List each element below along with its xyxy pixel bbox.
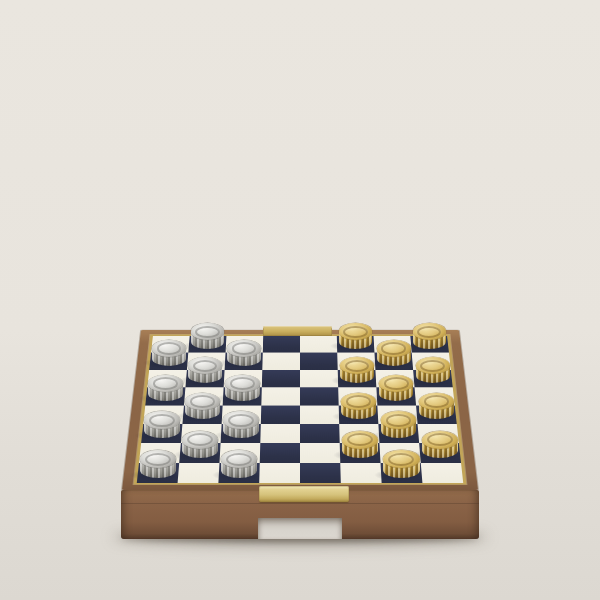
square-a3: [141, 424, 182, 443]
square-f5: [338, 387, 377, 405]
notch-handle-recess: [258, 518, 342, 539]
square-b4: [182, 406, 222, 425]
square-b6: [185, 370, 224, 388]
square-h7: [412, 353, 451, 370]
square-a5: [145, 387, 185, 405]
brass-hinge-tab: [263, 326, 332, 336]
square-f8: [337, 336, 375, 353]
square-c6: [224, 370, 263, 388]
checkers-board: [137, 336, 463, 483]
square-h4: [416, 406, 457, 425]
square-e7: [300, 353, 338, 370]
square-c8: [226, 336, 264, 353]
board-gold-frame: [134, 335, 467, 485]
square-f3: [339, 424, 379, 443]
square-f4: [339, 406, 379, 425]
square-e1: [300, 463, 341, 483]
square-d3: [260, 424, 300, 443]
square-e3: [300, 424, 340, 443]
square-b8: [188, 336, 226, 353]
square-h8: [410, 336, 449, 353]
square-a1: [137, 463, 179, 483]
square-a6: [147, 370, 187, 388]
square-b2: [179, 443, 220, 463]
square-g6: [375, 370, 414, 388]
square-c2: [219, 443, 260, 463]
square-f6: [338, 370, 377, 388]
square-f7: [337, 353, 375, 370]
square-h6: [413, 370, 453, 388]
square-g5: [376, 387, 416, 405]
square-h3: [418, 424, 459, 443]
square-e5: [300, 387, 339, 405]
square-e4: [300, 406, 339, 425]
square-g2: [379, 443, 420, 463]
square-b7: [187, 353, 226, 370]
square-e8: [300, 336, 337, 353]
square-g7: [374, 353, 413, 370]
square-g4: [377, 406, 417, 425]
square-d8: [263, 336, 300, 353]
square-e6: [300, 370, 338, 388]
square-c1: [218, 463, 259, 483]
square-b1: [178, 463, 220, 483]
square-b3: [181, 424, 222, 443]
square-a8: [151, 336, 190, 353]
square-h2: [419, 443, 461, 463]
square-h1: [421, 463, 463, 483]
square-d6: [262, 370, 300, 388]
brass-clasp: [259, 486, 349, 502]
square-d1: [259, 463, 300, 483]
square-c5: [223, 387, 262, 405]
square-d5: [261, 387, 300, 405]
square-g1: [381, 463, 423, 483]
square-g8: [374, 336, 412, 353]
product-photo-scene: [0, 0, 600, 600]
square-a7: [149, 353, 188, 370]
square-h5: [415, 387, 455, 405]
square-c7: [225, 353, 263, 370]
square-b5: [184, 387, 224, 405]
square-e2: [300, 443, 340, 463]
square-f1: [340, 463, 381, 483]
square-f2: [340, 443, 381, 463]
box-lid-top: [122, 330, 478, 490]
square-c3: [221, 424, 261, 443]
lid-base-seam: [121, 503, 479, 504]
square-g3: [378, 424, 419, 443]
square-c4: [222, 406, 262, 425]
square-d7: [262, 353, 300, 370]
square-a4: [143, 406, 184, 425]
square-a2: [139, 443, 181, 463]
square-d4: [261, 406, 300, 425]
square-d2: [260, 443, 300, 463]
